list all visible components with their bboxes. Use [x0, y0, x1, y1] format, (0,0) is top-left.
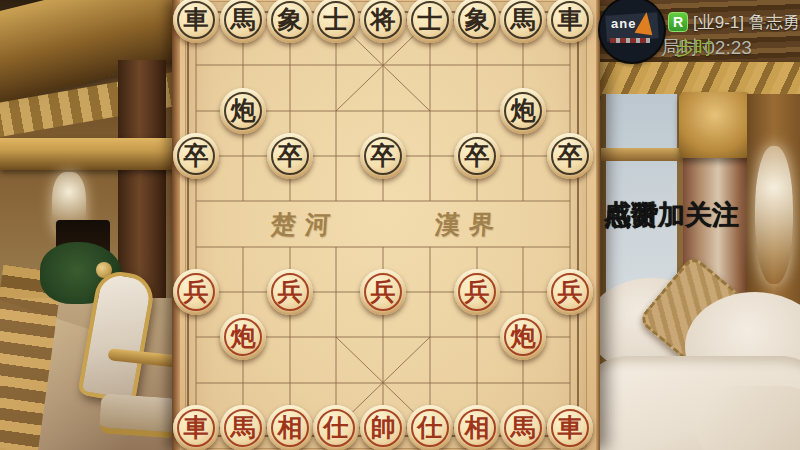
player-name: [业9-1] 鲁志勇 — [693, 11, 800, 34]
piece-red-仕[interactable]: 仕 — [313, 405, 359, 450]
streamer-avatar: ane — [600, 0, 664, 62]
piece-character: 馬 — [500, 405, 546, 450]
piece-red-兵[interactable]: 兵 — [454, 269, 500, 315]
piece-character: 兵 — [454, 269, 500, 315]
step-time-label: 步时 — [675, 35, 713, 61]
piece-character: 仕 — [407, 405, 453, 450]
piece-character: 炮 — [220, 88, 266, 134]
stream-frame: 楚河 漢界 車馬象士将士象馬車炮炮卒卒卒卒卒兵兵兵兵兵炮炮車馬相仕帥仕相馬車 a… — [0, 0, 800, 450]
gold-band — [0, 138, 179, 170]
pieces-layer: 車馬象士将士象馬車炮炮卒卒卒卒卒兵兵兵兵兵炮炮車馬相仕帥仕相馬車 — [172, 0, 600, 450]
piece-character: 士 — [407, 0, 453, 43]
piece-black-馬[interactable]: 馬 — [500, 0, 546, 43]
promo-line2: 感谢 — [604, 200, 658, 231]
piece-character: 相 — [267, 405, 313, 450]
piece-character: 士 — [313, 0, 359, 43]
piece-character: 馬 — [220, 405, 266, 450]
piece-character: 車 — [173, 0, 219, 43]
piece-black-卒[interactable]: 卒 — [454, 133, 500, 179]
piece-red-相[interactable]: 相 — [454, 405, 500, 450]
piece-character: 馬 — [500, 0, 546, 43]
piece-red-兵[interactable]: 兵 — [173, 269, 219, 315]
sofa-armrest — [695, 386, 800, 450]
wall-chandelier — [755, 146, 793, 284]
piece-character: 卒 — [547, 133, 593, 179]
piece-red-車[interactable]: 車 — [547, 405, 593, 450]
truck-livery — [610, 38, 650, 43]
piece-black-象[interactable]: 象 — [454, 0, 500, 43]
piece-red-炮[interactable]: 炮 — [500, 314, 546, 360]
piece-character: 車 — [547, 405, 593, 450]
piece-red-兵[interactable]: 兵 — [267, 269, 313, 315]
piece-black-卒[interactable]: 卒 — [547, 133, 593, 179]
piece-character: 炮 — [220, 314, 266, 360]
background-left-palace — [0, 0, 179, 450]
piece-character: 象 — [454, 0, 500, 43]
piece-character: 車 — [173, 405, 219, 450]
gold-capital — [679, 92, 751, 158]
piece-character: 炮 — [500, 314, 546, 360]
piece-red-兵[interactable]: 兵 — [547, 269, 593, 315]
piece-black-将[interactable]: 将 — [360, 0, 406, 43]
piece-character: 卒 — [360, 133, 406, 179]
piece-black-士[interactable]: 士 — [407, 0, 453, 43]
piece-red-炮[interactable]: 炮 — [220, 314, 266, 360]
piece-black-車[interactable]: 車 — [173, 0, 219, 43]
piece-character: 相 — [454, 405, 500, 450]
piece-black-卒[interactable]: 卒 — [360, 133, 406, 179]
piece-black-馬[interactable]: 馬 — [220, 0, 266, 43]
piece-character: 兵 — [173, 269, 219, 315]
piece-character: 卒 — [454, 133, 500, 179]
piece-character: 馬 — [220, 0, 266, 43]
piece-character: 将 — [360, 0, 406, 43]
piece-character: 兵 — [547, 269, 593, 315]
piece-character: 炮 — [500, 88, 546, 134]
piece-black-炮[interactable]: 炮 — [220, 88, 266, 134]
gilded-chair-seat — [99, 393, 179, 438]
window-rail — [601, 148, 683, 161]
xiangqi-board[interactable]: 楚河 漢界 車馬象士将士象馬車炮炮卒卒卒卒卒兵兵兵兵兵炮炮車馬相仕帥仕相馬車 — [172, 0, 600, 450]
piece-character: 象 — [267, 0, 313, 43]
piece-black-士[interactable]: 士 — [313, 0, 359, 43]
piece-character: 兵 — [360, 269, 406, 315]
piece-character: 卒 — [173, 133, 219, 179]
piece-black-象[interactable]: 象 — [267, 0, 313, 43]
piece-red-兵[interactable]: 兵 — [360, 269, 406, 315]
piece-black-車[interactable]: 車 — [547, 0, 593, 43]
piece-black-卒[interactable]: 卒 — [173, 133, 219, 179]
piece-character: 仕 — [313, 405, 359, 450]
piece-character: 帥 — [360, 405, 406, 450]
piece-red-車[interactable]: 車 — [173, 405, 219, 450]
rank-badge-icon: R — [668, 12, 688, 32]
piece-character: 車 — [547, 0, 593, 43]
avatar-text: ane — [611, 16, 655, 31]
piece-character: 卒 — [267, 133, 313, 179]
piece-red-帥[interactable]: 帥 — [360, 405, 406, 450]
piece-character: 兵 — [267, 269, 313, 315]
piece-red-馬[interactable]: 馬 — [500, 405, 546, 450]
piece-black-炮[interactable]: 炮 — [500, 88, 546, 134]
gold-frieze — [599, 62, 800, 96]
piece-red-仕[interactable]: 仕 — [407, 405, 453, 450]
piece-red-馬[interactable]: 馬 — [220, 405, 266, 450]
piece-red-相[interactable]: 相 — [267, 405, 313, 450]
piece-black-卒[interactable]: 卒 — [267, 133, 313, 179]
